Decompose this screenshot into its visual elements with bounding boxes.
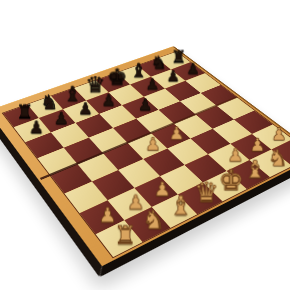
black-pawn-e6[interactable]: ♟ (132, 97, 159, 113)
chess-board: ♜♞♝♛♚♝♞♜♟♟♟♟♟♟♟♟♟♟♟♟♟♟♟♟♜♞♝♛♚♝♞♜ (0, 46, 290, 277)
square-d4[interactable]: ♟ (128, 133, 168, 159)
black-pawn-a7[interactable]: ♟ (22, 119, 50, 136)
black-pawn-d7[interactable]: ♟ (95, 93, 121, 109)
black-pawn-f7[interactable]: ♟ (140, 77, 165, 92)
board-grid: ♜♞♝♛♚♝♞♜♟♟♟♟♟♟♟♟♟♟♟♟♟♟♟♟♜♞♝♛♚♝♞♜ (3, 52, 290, 257)
white-rook-a1[interactable]: ♜ (108, 223, 142, 248)
white-pawn-d4[interactable]: ♟ (139, 135, 168, 153)
black-pawn-c7[interactable]: ♟ (72, 101, 99, 117)
black-king-e8[interactable]: ♚ (105, 66, 130, 88)
photo-scene: ♜♞♝♛♚♝♞♜♟♟♟♟♟♟♟♟♟♟♟♟♟♟♟♟♜♞♝♛♚♝♞♜ (0, 0, 290, 290)
black-pawn-b7[interactable]: ♟ (48, 110, 75, 127)
